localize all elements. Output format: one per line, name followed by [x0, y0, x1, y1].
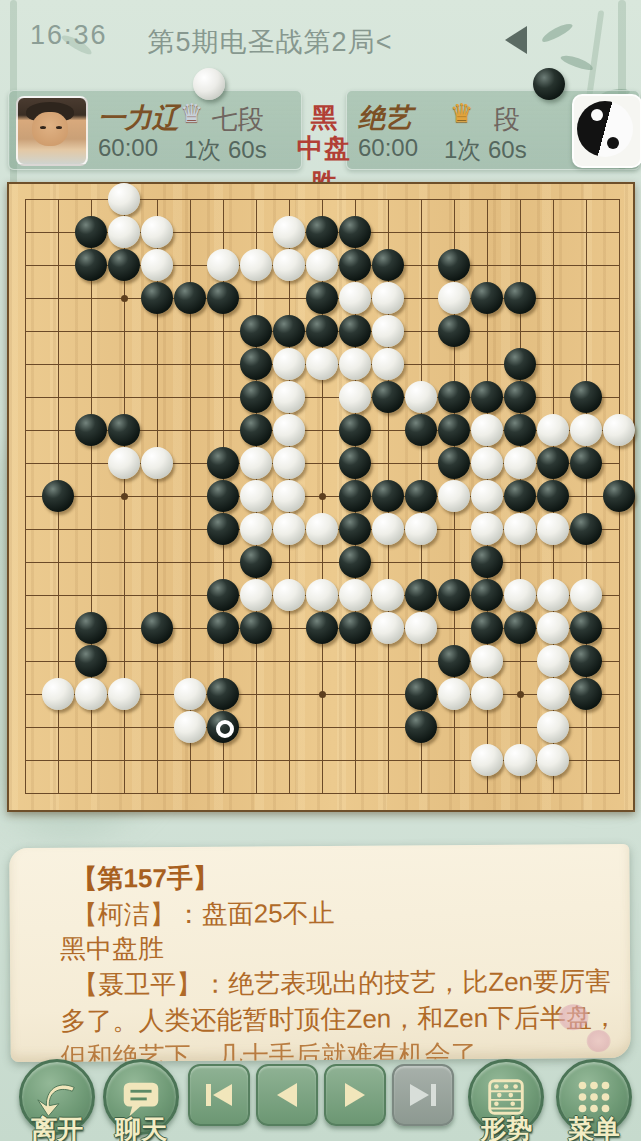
bamboo-leaf [540, 21, 574, 45]
white-stone [306, 348, 338, 380]
grid-line [25, 793, 620, 794]
white-stone [306, 513, 338, 545]
step-forward-button[interactable] [324, 1064, 386, 1126]
grid-dots-icon [571, 1074, 617, 1120]
black-stone [207, 612, 239, 644]
black-stone [372, 249, 404, 281]
black-stone [471, 612, 503, 644]
white-stone [537, 744, 569, 776]
black-stone [372, 381, 404, 413]
white-stone [273, 447, 305, 479]
black-stone [570, 381, 602, 413]
white-stone [273, 414, 305, 446]
black-stone [240, 381, 272, 413]
white-stone-badge [193, 68, 225, 100]
white-stone [471, 645, 503, 677]
white-stone [108, 678, 140, 710]
white-stone [537, 678, 569, 710]
black-stone [108, 249, 140, 281]
black-stone [339, 546, 371, 578]
black-stone [570, 678, 602, 710]
player-left-name: 一力辽 [98, 100, 179, 136]
star-point [319, 691, 326, 698]
white-stone [240, 579, 272, 611]
star-point [121, 493, 128, 500]
black-stone [141, 612, 173, 644]
avatar-eye [40, 126, 46, 129]
skip-start-icon [199, 1075, 239, 1115]
white-stone [504, 513, 536, 545]
skip-to-end-button[interactable] [392, 1064, 454, 1126]
black-stone [306, 315, 338, 347]
black-stone [504, 381, 536, 413]
black-stone [75, 612, 107, 644]
player-right-main-time: 60:00 [358, 134, 418, 162]
black-stone [471, 381, 503, 413]
black-stone [405, 711, 437, 743]
white-stone [570, 579, 602, 611]
grid-line [25, 661, 620, 662]
black-stone [339, 216, 371, 248]
black-stone [603, 480, 635, 512]
white-stone [141, 249, 173, 281]
black-stone [339, 480, 371, 512]
white-stone [372, 513, 404, 545]
white-stone [504, 744, 536, 776]
white-stone [108, 447, 140, 479]
white-stone [240, 249, 272, 281]
black-stone [306, 282, 338, 314]
black-stone [207, 480, 239, 512]
white-stone [471, 414, 503, 446]
black-stone [504, 612, 536, 644]
black-stone [240, 414, 272, 446]
yinyang-icon [577, 101, 633, 157]
black-stone [339, 447, 371, 479]
white-stone [372, 348, 404, 380]
white-stone [471, 513, 503, 545]
player-left-rank: 七段 [212, 102, 264, 137]
black-stone [339, 315, 371, 347]
black-stone [339, 513, 371, 545]
black-stone [471, 546, 503, 578]
black-stone [438, 447, 470, 479]
white-stone [438, 282, 470, 314]
white-stone [207, 249, 239, 281]
black-stone [537, 447, 569, 479]
step-back-button[interactable] [256, 1064, 318, 1126]
analysis-button[interactable] [468, 1059, 544, 1135]
player-right-rank: 段 [494, 102, 520, 137]
white-stone [273, 249, 305, 281]
white-stone [438, 678, 470, 710]
black-stone [504, 414, 536, 446]
black-stone [207, 282, 239, 314]
star-point [319, 493, 326, 500]
crown-icon-gold: ♛ [450, 98, 473, 128]
black-stone [42, 480, 74, 512]
commentary-line: 多了。人类还能暂时顶住Zen，和Zen下后半盘， [60, 1000, 618, 1039]
black-stone [240, 612, 272, 644]
black-stone [108, 414, 140, 446]
step-forward-icon [335, 1075, 375, 1115]
white-stone [141, 216, 173, 248]
black-stone [405, 480, 437, 512]
commentary-line: 黑中盘胜 [60, 931, 164, 967]
black-stone [306, 216, 338, 248]
commentary-line: 【柯洁】：盘面25不止 [72, 896, 335, 933]
white-stone [273, 480, 305, 512]
white-stone [537, 711, 569, 743]
black-stone [438, 249, 470, 281]
abacus-icon [483, 1074, 529, 1120]
white-stone [273, 348, 305, 380]
white-stone [372, 579, 404, 611]
black-stone [438, 645, 470, 677]
black-stone [207, 711, 239, 743]
black-stone [207, 678, 239, 710]
grid-line [25, 562, 620, 563]
white-stone [537, 645, 569, 677]
black-stone [570, 447, 602, 479]
chat-bubble-icon [118, 1074, 164, 1120]
white-stone [306, 579, 338, 611]
player-right-avatar [572, 94, 641, 168]
black-stone [570, 513, 602, 545]
white-stone [273, 381, 305, 413]
commentary-line: 【聂卫平】：绝艺表现出的技艺，比Zen要厉害 [72, 964, 611, 1003]
black-stone [339, 612, 371, 644]
bamboo-leaf [559, 52, 594, 72]
black-stone [273, 315, 305, 347]
black-stone [405, 678, 437, 710]
back-triangle-icon[interactable] [505, 26, 527, 54]
player-left-byoyomi: 1次 60s [184, 134, 267, 166]
white-stone [174, 711, 206, 743]
avatar-face [32, 112, 68, 146]
white-stone [537, 579, 569, 611]
step-back-icon [267, 1075, 307, 1115]
black-stone [405, 414, 437, 446]
black-stone [75, 645, 107, 677]
black-stone-badge [533, 68, 565, 100]
leave-button[interactable] [19, 1059, 95, 1135]
black-stone [537, 480, 569, 512]
white-stone [372, 612, 404, 644]
black-stone [306, 612, 338, 644]
white-stone [504, 579, 536, 611]
black-stone [504, 480, 536, 512]
star-point [517, 691, 524, 698]
white-stone [537, 612, 569, 644]
white-stone [339, 348, 371, 380]
black-stone [240, 546, 272, 578]
yinyang-black-dot [607, 137, 619, 149]
white-stone [405, 612, 437, 644]
avatar-eye [56, 126, 62, 129]
white-stone [570, 414, 602, 446]
black-stone [570, 645, 602, 677]
yinyang-white-dot [591, 109, 603, 121]
black-stone [339, 249, 371, 281]
skip-to-start-button[interactable] [188, 1064, 250, 1126]
player-left-avatar [16, 96, 88, 166]
white-stone [273, 216, 305, 248]
white-stone [405, 381, 437, 413]
white-stone [372, 282, 404, 314]
white-stone [240, 513, 272, 545]
black-stone [339, 414, 371, 446]
white-stone [306, 249, 338, 281]
white-stone [174, 678, 206, 710]
black-stone [504, 282, 536, 314]
grid-line [25, 727, 620, 728]
skip-end-icon [403, 1075, 443, 1115]
commentary-line-clipped: 但和绝艺下，几十手后就难有机会了 [61, 1037, 477, 1062]
menu-button[interactable] [556, 1059, 632, 1135]
white-stone [42, 678, 74, 710]
blossom-decoration [558, 1004, 588, 1030]
black-stone [471, 282, 503, 314]
black-stone [240, 348, 272, 380]
white-stone [339, 282, 371, 314]
black-stone [141, 282, 173, 314]
black-stone [438, 414, 470, 446]
white-stone [537, 414, 569, 446]
black-stone [207, 447, 239, 479]
white-stone [339, 381, 371, 413]
back-arrow-icon [34, 1074, 80, 1120]
white-stone [75, 678, 107, 710]
black-stone [405, 579, 437, 611]
black-stone [240, 315, 272, 347]
white-stone [405, 513, 437, 545]
black-stone [504, 348, 536, 380]
white-stone [504, 447, 536, 479]
white-stone [471, 744, 503, 776]
white-stone [438, 480, 470, 512]
player-left-main-time: 60:00 [98, 134, 158, 162]
blossom-decoration [587, 1030, 611, 1052]
white-stone [471, 447, 503, 479]
commentary-panel: 【第157手】 【柯洁】：盘面25不止 黑中盘胜 【聂卫平】：绝艺表现出的技艺，… [9, 844, 630, 1062]
black-stone [75, 414, 107, 446]
white-stone [108, 183, 140, 215]
black-stone [174, 282, 206, 314]
black-stone [207, 513, 239, 545]
crown-icon-silver: ♛ [180, 98, 203, 128]
white-stone [240, 480, 272, 512]
black-stone [438, 381, 470, 413]
white-stone [471, 678, 503, 710]
commentary-move-number: 【第157手】 [71, 861, 219, 897]
player-right-name: 绝艺 [358, 100, 412, 136]
black-stone [471, 579, 503, 611]
white-stone [471, 480, 503, 512]
player-right-byoyomi: 1次 60s [444, 134, 527, 166]
white-stone [141, 447, 173, 479]
white-stone [273, 513, 305, 545]
white-stone [240, 447, 272, 479]
black-stone [438, 579, 470, 611]
black-stone [438, 315, 470, 347]
white-stone [603, 414, 635, 446]
white-stone [273, 579, 305, 611]
white-stone [339, 579, 371, 611]
go-board [7, 182, 635, 812]
star-point [121, 295, 128, 302]
black-stone [75, 216, 107, 248]
black-stone [75, 249, 107, 281]
chat-button[interactable] [103, 1059, 179, 1135]
page-title: 第5期电圣战第2局< [0, 24, 540, 60]
black-stone [570, 612, 602, 644]
white-stone [108, 216, 140, 248]
white-stone [537, 513, 569, 545]
black-stone [372, 480, 404, 512]
white-stone [372, 315, 404, 347]
black-stone [207, 579, 239, 611]
